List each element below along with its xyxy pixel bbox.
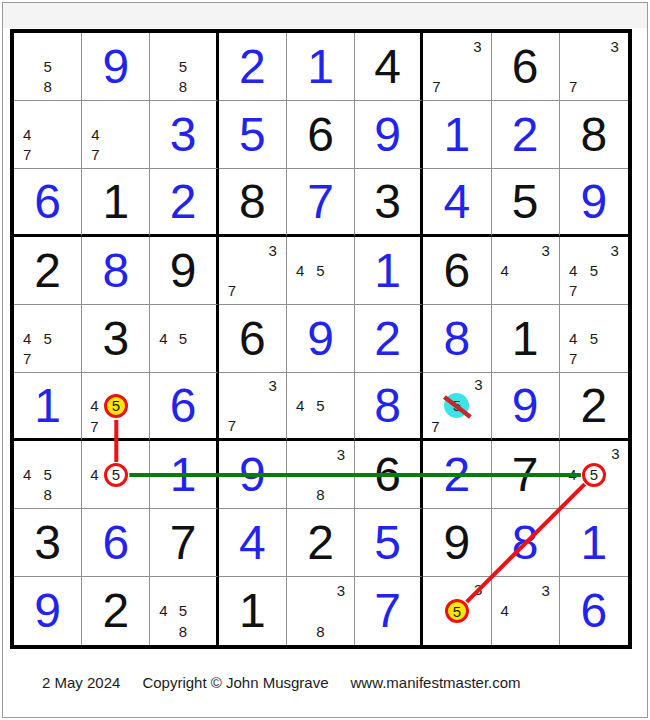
cell-r9c6[interactable]: 7 [355,577,423,645]
candidate-4: 4 [563,463,582,487]
solved-digit: 9 [374,111,401,159]
candidate-5-cyan-eliminated: 5 [444,393,469,418]
cell-r7c9[interactable]: 345 [560,441,628,509]
candidate-empty [582,444,606,463]
solved-digit: 7 [307,178,334,226]
candidate-empty [242,376,262,396]
candidates: 457 [563,308,625,369]
given-digit: 2 [34,247,61,295]
candidate-empty [262,281,282,301]
given-digit: 2 [307,519,334,567]
cell-r9c4[interactable]: 1 [219,577,287,645]
candidate-empty [563,487,582,506]
candidate-empty [310,240,330,260]
candidate-empty [584,36,605,56]
cell-r8c4[interactable]: 4 [219,509,287,577]
candidate-empty [445,580,469,599]
cell-r3c9[interactable]: 9 [560,169,628,237]
cell-r6c4[interactable]: 37 [219,373,287,441]
cell-r4c5[interactable]: 45 [287,237,355,305]
cell-r4c9[interactable]: 3457 [560,237,628,305]
candidate-5-yellow-circle: 5 [104,394,128,418]
cell-r8c5[interactable]: 2 [287,509,355,577]
cell-r7c6[interactable]: 6 [355,441,423,509]
candidate-empty [193,621,213,642]
candidate-empty [310,580,330,601]
cell-r9c7[interactable]: 35 [423,577,491,645]
candidate-empty [604,281,625,301]
solved-digit: 8 [102,247,129,295]
candidate-empty [604,260,625,280]
candidate-empty [85,104,105,124]
candidate-empty [128,394,147,418]
candidate-empty [17,444,37,464]
cell-r3c5[interactable]: 7 [287,169,355,237]
candidate-empty [106,104,126,124]
cell-r3c7[interactable]: 4 [423,169,491,237]
candidate-empty [193,580,213,601]
candidate-empty [331,281,351,301]
candidate-empty [106,145,126,165]
solved-digit: 2 [374,315,401,363]
given-digit: 6 [444,247,471,295]
candidate-empty [606,463,625,487]
candidate-4: 4 [17,328,37,348]
candidate-empty [37,444,57,464]
solved-digit: 8 [374,382,401,430]
solved-digit: 2 [444,451,471,499]
cell-r7c5[interactable]: 38 [287,441,355,509]
candidate-empty [604,77,625,97]
candidate-7: 7 [563,77,584,97]
candidate-empty [331,240,351,260]
cell-r8c1[interactable]: 3 [14,509,82,577]
cell-r5c4[interactable]: 6 [219,305,287,373]
candidate-empty [310,464,330,484]
candidate-5-red-circle: 5 [104,463,128,487]
candidate-4: 4 [85,394,104,418]
solved-digit: 9 [307,315,334,363]
cell-r4c7[interactable]: 6 [423,237,491,305]
candidates: 47 [17,104,78,165]
candidates: 37 [222,240,283,301]
candidate-empty [469,418,487,435]
candidate-empty [128,444,147,463]
candidate-empty [331,601,351,622]
candidate-empty [426,376,444,393]
solved-digit: 1 [307,43,334,91]
given-digit: 5 [512,178,539,226]
candidate-4: 4 [495,601,515,622]
given-digit: 8 [239,178,266,226]
solved-digit: 1 [374,247,401,295]
cell-r9c9[interactable]: 6 [560,577,628,645]
candidate-empty [153,56,173,76]
candidate-empty [126,124,146,144]
candidate-empty [242,281,262,301]
candidate-empty [193,308,213,328]
candidate-empty [17,36,37,56]
candidate-4: 4 [563,260,584,280]
candidate-empty [331,464,351,484]
candidate-empty [290,240,310,260]
given-digit: 9 [444,519,471,567]
candidates: 37 [563,36,625,97]
candidate-empty [604,308,625,328]
cell-r1c1[interactable]: 58 [14,33,82,101]
candidate-empty [242,396,262,416]
candidate-empty [426,36,446,56]
given-digit: 6 [239,315,266,363]
candidate-3: 3 [331,444,351,464]
cell-r2c7[interactable]: 1 [423,101,491,169]
candidate-empty [173,349,193,369]
candidate-empty [58,124,78,144]
cell-r7c2[interactable]: 45 [82,441,150,509]
cell-r2c5[interactable]: 6 [287,101,355,169]
solved-digit: 9 [239,451,266,499]
cell-r6c9[interactable]: 2 [560,373,628,441]
solved-digit: 4 [444,178,471,226]
cell-r2c6[interactable]: 9 [355,101,423,169]
solved-digit: 5 [239,111,266,159]
candidate-empty [193,328,213,348]
cell-r3c8[interactable]: 5 [492,169,560,237]
candidate-empty [290,415,310,435]
cell-r1c7[interactable]: 37 [423,33,491,101]
given-digit: 3 [374,178,401,226]
cell-r9c5[interactable]: 38 [287,577,355,645]
solved-digit: 9 [102,43,129,91]
cell-r5c8[interactable]: 1 [492,305,560,373]
candidate-4: 4 [153,328,173,348]
candidate-empty [535,281,555,301]
candidate-empty [173,308,193,328]
candidate-empty [331,376,351,396]
candidate-empty [242,415,262,435]
cell-r6c7[interactable]: 357 [423,373,491,441]
candidates: 45 [85,444,146,505]
cell-r2c9[interactable]: 8 [560,101,628,169]
cell-r9c8[interactable]: 34 [492,577,560,645]
given-digit: 2 [581,382,608,430]
candidate-empty [495,621,515,642]
candidates: 45 [290,240,351,301]
cell-r1c5[interactable]: 1 [287,33,355,101]
candidate-7: 7 [17,349,37,369]
cell-r5c9[interactable]: 457 [560,305,628,373]
candidate-empty [222,396,242,416]
solved-digit: 8 [444,315,471,363]
candidate-5: 5 [37,464,57,484]
candidate-empty [469,393,487,418]
candidate-empty [290,464,310,484]
candidate-empty [37,124,57,144]
candidate-empty [193,56,213,76]
candidate-empty [584,77,605,97]
top-band [3,3,647,28]
candidate-empty [17,308,37,328]
cell-r2c3[interactable]: 3 [150,101,218,169]
solved-digit: 2 [239,43,266,91]
candidate-3: 3 [467,36,487,56]
candidate-empty [17,485,37,505]
candidate-4: 4 [17,124,37,144]
candidates: 357 [426,376,487,435]
candidate-empty [37,349,57,369]
cell-r2c4[interactable]: 5 [219,101,287,169]
candidates: 458 [17,444,78,505]
cell-r8c8[interactable]: 8 [492,509,560,577]
candidate-empty [604,349,625,369]
candidate-empty [495,240,515,260]
candidate-empty [104,376,128,394]
candidate-empty [515,621,535,642]
solved-digit: 6 [581,587,608,635]
solved-digit: 2 [512,111,539,159]
candidate-empty [469,599,488,623]
solved-digit: 6 [102,519,129,567]
candidate-empty [222,240,242,260]
cell-r1c9[interactable]: 37 [560,33,628,101]
candidate-empty [426,56,446,76]
candidate-empty [58,36,78,56]
candidate-empty [58,77,78,97]
cell-r1c6[interactable]: 4 [355,33,423,101]
cell-r5c6[interactable]: 2 [355,305,423,373]
candidate-empty [290,376,310,396]
candidate-5: 5 [584,260,605,280]
candidate-empty [262,396,282,416]
cell-r7c4[interactable]: 9 [219,441,287,509]
cell-r4c6[interactable]: 1 [355,237,423,305]
candidate-4: 4 [563,328,584,348]
cell-r2c2[interactable]: 47 [82,101,150,169]
cell-r4c4[interactable]: 37 [219,237,287,305]
given-digit: 7 [512,451,539,499]
candidate-5-yellow-circle: 5 [445,599,469,623]
candidate-empty [37,104,57,124]
cell-r6c1[interactable]: 1 [14,373,82,441]
candidate-empty [262,260,282,280]
candidate-5: 5 [37,328,57,348]
candidate-empty [290,281,310,301]
cell-r6c3[interactable]: 6 [150,373,218,441]
candidate-7: 7 [85,145,105,165]
given-digit: 8 [581,111,608,159]
cell-r7c8[interactable]: 7 [492,441,560,509]
solved-digit: 2 [170,178,197,226]
cell-r3c3[interactable]: 2 [150,169,218,237]
candidate-empty [37,308,57,328]
candidate-7: 7 [222,415,242,435]
candidate-empty [469,623,488,642]
candidate-empty [37,145,57,165]
solved-digit: 7 [374,587,401,635]
candidate-empty [331,415,351,435]
candidate-8: 8 [310,621,330,642]
candidate-5: 5 [173,328,193,348]
candidate-empty [58,464,78,484]
candidate-empty [310,376,330,396]
candidate-empty [310,281,330,301]
cell-r5c1[interactable]: 457 [14,305,82,373]
cell-r4c1[interactable]: 2 [14,237,82,305]
candidate-8: 8 [37,77,57,97]
candidate-3: 3 [469,580,488,599]
candidate-empty [604,328,625,348]
solved-digit: 1 [170,451,197,499]
cell-r8c7[interactable]: 9 [423,509,491,577]
candidate-empty [242,260,262,280]
solved-digit: 6 [170,382,197,430]
candidate-empty [17,56,37,76]
cell-r1c8[interactable]: 6 [492,33,560,101]
cell-r8c3[interactable]: 7 [150,509,218,577]
solved-digit: 9 [512,382,539,430]
candidate-empty [193,36,213,56]
cell-r8c2[interactable]: 6 [82,509,150,577]
candidate-empty [290,621,310,642]
candidate-empty [467,77,487,97]
candidate-empty [535,260,555,280]
candidate-empty [535,621,555,642]
cell-r1c3[interactable]: 58 [150,33,218,101]
cell-r3c6[interactable]: 3 [355,169,423,237]
solved-digit: 9 [581,178,608,226]
candidate-empty [222,376,242,396]
candidate-empty [153,308,173,328]
candidate-4: 4 [290,260,310,280]
candidate-empty [128,418,147,436]
cell-r3c1[interactable]: 6 [14,169,82,237]
candidate-empty [153,36,173,56]
cell-r9c1[interactable]: 9 [14,577,82,645]
solved-digit: 8 [512,519,539,567]
candidate-empty [85,487,104,506]
candidate-3: 3 [262,376,282,396]
footer-website: www.manifestmaster.com [351,674,521,691]
candidate-empty [563,36,584,56]
given-digit: 1 [239,587,266,635]
candidates: 3457 [563,240,625,301]
candidate-empty [58,485,78,505]
cell-r6c8[interactable]: 9 [492,373,560,441]
given-digit: 2 [102,587,129,635]
given-digit: 9 [170,247,197,295]
cell-r8c9[interactable]: 1 [560,509,628,577]
candidate-7: 7 [563,281,584,301]
solved-digit: 1 [444,111,471,159]
candidate-empty [126,145,146,165]
given-digit: 7 [170,519,197,567]
candidate-empty [193,77,213,97]
solved-digit: 3 [170,111,197,159]
candidate-empty [495,580,515,601]
candidate-7: 7 [426,77,446,97]
candidate-3: 3 [331,580,351,601]
cell-r3c2[interactable]: 1 [82,169,150,237]
cell-r5c3[interactable]: 45 [150,305,218,373]
candidate-empty [426,580,445,599]
candidate-5: 5 [584,328,605,348]
candidate-empty [515,240,535,260]
cell-r5c7[interactable]: 8 [423,305,491,373]
candidate-empty [447,77,467,97]
candidate-empty [153,621,173,642]
candidate-empty [262,415,282,435]
candidate-empty [58,145,78,165]
candidate-empty [104,487,128,506]
candidate-empty [58,328,78,348]
solved-digit: 1 [34,382,61,430]
candidate-3: 3 [535,240,555,260]
candidate-empty [104,418,128,436]
candidate-empty [426,393,444,418]
cell-r7c7[interactable]: 2 [423,441,491,509]
candidate-empty [222,260,242,280]
given-digit: 3 [102,315,129,363]
candidate-empty [193,601,213,622]
candidate-empty [290,444,310,464]
cell-r2c8[interactable]: 2 [492,101,560,169]
cell-r8c6[interactable]: 5 [355,509,423,577]
candidates: 34 [495,240,556,301]
cell-r5c2[interactable]: 3 [82,305,150,373]
cell-r6c2[interactable]: 457 [82,373,150,441]
candidate-empty [173,36,193,56]
footer-copyright: Copyright © John Musgrave [142,674,328,691]
given-digit: 6 [374,451,401,499]
cell-r2c1[interactable]: 47 [14,101,82,169]
candidates: 38 [290,580,351,642]
candidate-3: 3 [604,240,625,260]
candidate-empty [58,104,78,124]
candidates: 45 [153,308,212,369]
cell-r5c5[interactable]: 9 [287,305,355,373]
candidates: 458 [153,580,212,642]
cell-r9c3[interactable]: 458 [150,577,218,645]
cell-r4c2[interactable]: 8 [82,237,150,305]
cell-r9c2[interactable]: 2 [82,577,150,645]
candidate-5: 5 [173,601,193,622]
cell-r1c4[interactable]: 2 [219,33,287,101]
candidate-empty [563,308,584,328]
cell-r7c1[interactable]: 458 [14,441,82,509]
cell-r4c3[interactable]: 9 [150,237,218,305]
candidate-empty [17,104,37,124]
candidate-empty [331,485,351,505]
cell-r7c3[interactable]: 1 [150,441,218,509]
candidate-empty [310,601,330,622]
given-digit: 3 [34,519,61,567]
cell-r1c2[interactable]: 9 [82,33,150,101]
solved-digit: 6 [34,178,61,226]
given-digit: 1 [102,178,129,226]
candidate-empty [495,281,515,301]
cell-r6c5[interactable]: 45 [287,373,355,441]
cell-r4c8[interactable]: 34 [492,237,560,305]
cell-r3c4[interactable]: 8 [219,169,287,237]
candidate-7: 7 [426,418,444,435]
candidate-empty [584,240,605,260]
candidate-empty [331,396,351,416]
candidate-7: 7 [222,281,242,301]
cell-r6c6[interactable]: 8 [355,373,423,441]
candidates: 37 [426,36,487,97]
candidate-empty [515,260,535,280]
candidate-empty [126,104,146,124]
